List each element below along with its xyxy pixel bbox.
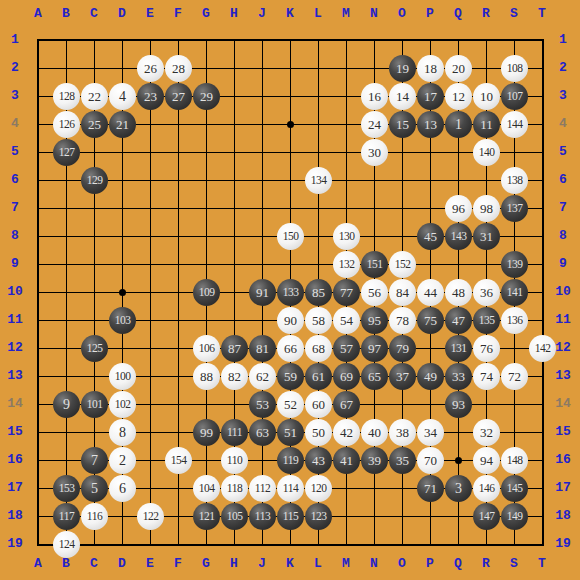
- col-label-bottom-E: E: [136, 551, 164, 577]
- white-stone-110[interactable]: 110: [221, 447, 248, 474]
- white-stone-84[interactable]: 84: [389, 279, 416, 306]
- white-stone-128[interactable]: 128: [53, 83, 80, 110]
- move-number: 91: [256, 286, 269, 299]
- black-stone-53[interactable]: 53: [249, 391, 276, 418]
- star-point-K4: [287, 121, 294, 128]
- white-stone-144[interactable]: 144: [501, 111, 528, 138]
- move-number: 113: [255, 511, 270, 523]
- row-label-left-11: 11: [2, 306, 28, 334]
- move-number: 115: [283, 511, 298, 523]
- black-stone-131[interactable]: 131: [445, 335, 472, 362]
- black-stone-85[interactable]: 85: [305, 279, 332, 306]
- move-number: 125: [87, 343, 103, 355]
- move-number: 59: [284, 370, 297, 383]
- move-number: 146: [479, 483, 495, 495]
- move-number: 123: [311, 511, 327, 523]
- move-number: 5: [91, 482, 98, 496]
- move-number: 87: [228, 342, 241, 355]
- black-stone-65[interactable]: 65: [361, 363, 388, 390]
- black-stone-129[interactable]: 129: [81, 167, 108, 194]
- black-stone-23[interactable]: 23: [137, 83, 164, 110]
- black-stone-151[interactable]: 151: [361, 251, 388, 278]
- row-label-left-1: 1: [2, 26, 28, 54]
- black-stone-113[interactable]: 113: [249, 503, 276, 530]
- black-stone-105[interactable]: 105: [221, 503, 248, 530]
- move-number: 23: [144, 90, 157, 103]
- move-number: 35: [396, 454, 409, 467]
- move-number: 126: [59, 119, 75, 131]
- move-number: 22: [88, 90, 101, 103]
- move-number: 51: [284, 426, 297, 439]
- black-stone-11[interactable]: 11: [473, 111, 500, 138]
- col-label-top-M: M: [332, 1, 360, 27]
- row-label-right-11: 11: [550, 306, 576, 334]
- white-stone-10[interactable]: 10: [473, 83, 500, 110]
- row-label-right-17: 17: [550, 474, 576, 502]
- black-stone-91[interactable]: 91: [249, 279, 276, 306]
- move-number: 26: [144, 62, 157, 75]
- black-stone-63[interactable]: 63: [249, 419, 276, 446]
- white-stone-40[interactable]: 40: [361, 419, 388, 446]
- move-number: 118: [227, 483, 242, 495]
- black-stone-69[interactable]: 69: [333, 363, 360, 390]
- black-stone-101[interactable]: 101: [81, 391, 108, 418]
- move-number: 19: [396, 62, 409, 75]
- move-number: 143: [451, 231, 467, 243]
- row-label-left-8: 8: [2, 222, 28, 250]
- row-label-right-4: 4: [550, 110, 576, 138]
- black-stone-9[interactable]: 9: [53, 391, 80, 418]
- move-number: 102: [115, 399, 131, 411]
- move-number: 18: [424, 62, 437, 75]
- col-label-bottom-H: H: [220, 551, 248, 577]
- black-stone-71[interactable]: 71: [417, 475, 444, 502]
- black-stone-95[interactable]: 95: [361, 307, 388, 334]
- move-number: 145: [507, 483, 523, 495]
- white-stone-122[interactable]: 122: [137, 503, 164, 530]
- black-stone-109[interactable]: 109: [193, 279, 220, 306]
- move-number: 77: [340, 286, 353, 299]
- white-stone-4[interactable]: 4: [109, 83, 136, 110]
- white-stone-36[interactable]: 36: [473, 279, 500, 306]
- black-stone-41[interactable]: 41: [333, 447, 360, 474]
- black-stone-135[interactable]: 135: [473, 307, 500, 334]
- black-stone-57[interactable]: 57: [333, 335, 360, 362]
- move-number: 94: [480, 454, 493, 467]
- move-number: 138: [507, 175, 523, 187]
- col-label-bottom-G: G: [192, 551, 220, 577]
- col-label-top-R: R: [472, 1, 500, 27]
- black-stone-103[interactable]: 103: [109, 307, 136, 334]
- white-stone-88[interactable]: 88: [193, 363, 220, 390]
- white-stone-136[interactable]: 136: [501, 307, 528, 334]
- move-number: 151: [367, 259, 383, 271]
- white-stone-124[interactable]: 124: [53, 531, 80, 558]
- move-number: 8: [119, 426, 126, 440]
- col-label-top-B: B: [52, 1, 80, 27]
- white-stone-90[interactable]: 90: [277, 307, 304, 334]
- black-stone-107[interactable]: 107: [501, 83, 528, 110]
- move-number: 81: [256, 342, 269, 355]
- move-number: 33: [452, 370, 465, 383]
- white-stone-82[interactable]: 82: [221, 363, 248, 390]
- move-number: 42: [340, 426, 353, 439]
- black-stone-143[interactable]: 143: [445, 223, 472, 250]
- move-number: 121: [199, 511, 215, 523]
- col-label-top-S: S: [500, 1, 528, 27]
- move-number: 56: [368, 286, 381, 299]
- move-number: 7: [91, 454, 98, 468]
- col-label-bottom-M: M: [332, 551, 360, 577]
- move-number: 109: [199, 287, 215, 299]
- white-stone-56[interactable]: 56: [361, 279, 388, 306]
- move-number: 54: [340, 314, 353, 327]
- white-stone-62[interactable]: 62: [249, 363, 276, 390]
- move-number: 60: [312, 398, 325, 411]
- col-label-top-D: D: [108, 1, 136, 27]
- white-stone-28[interactable]: 28: [165, 55, 192, 82]
- row-label-left-3: 3: [2, 82, 28, 110]
- black-stone-1[interactable]: 1: [445, 111, 472, 138]
- white-stone-146[interactable]: 146: [473, 475, 500, 502]
- move-number: 148: [507, 455, 523, 467]
- black-stone-93[interactable]: 93: [445, 391, 472, 418]
- col-label-top-L: L: [304, 1, 332, 27]
- black-stone-33[interactable]: 33: [445, 363, 472, 390]
- move-number: 134: [311, 175, 327, 187]
- move-number: 101: [87, 399, 103, 411]
- move-number: 20: [452, 62, 465, 75]
- move-number: 30: [368, 146, 381, 159]
- star-point-Q16: [455, 457, 462, 464]
- move-number: 3: [455, 482, 462, 496]
- move-number: 12: [452, 90, 465, 103]
- row-label-right-13: 13: [550, 362, 576, 390]
- white-stone-60[interactable]: 60: [305, 391, 332, 418]
- black-stone-111[interactable]: 111: [221, 419, 248, 446]
- black-stone-59[interactable]: 59: [277, 363, 304, 390]
- black-stone-45[interactable]: 45: [417, 223, 444, 250]
- move-number: 114: [283, 483, 298, 495]
- black-stone-97[interactable]: 97: [361, 335, 388, 362]
- black-stone-29[interactable]: 29: [193, 83, 220, 110]
- white-stone-32[interactable]: 32: [473, 419, 500, 446]
- move-number: 53: [256, 398, 269, 411]
- white-stone-34[interactable]: 34: [417, 419, 444, 446]
- black-stone-5[interactable]: 5: [81, 475, 108, 502]
- white-stone-52[interactable]: 52: [277, 391, 304, 418]
- white-stone-126[interactable]: 126: [53, 111, 80, 138]
- white-stone-108[interactable]: 108: [501, 55, 528, 82]
- move-number: 152: [395, 259, 411, 271]
- row-label-left-6: 6: [2, 166, 28, 194]
- col-label-bottom-P: P: [416, 551, 444, 577]
- move-number: 17: [424, 90, 437, 103]
- white-stone-2[interactable]: 2: [109, 447, 136, 474]
- move-number: 147: [479, 511, 495, 523]
- move-number: 39: [368, 454, 381, 467]
- move-number: 131: [451, 343, 467, 355]
- white-stone-138[interactable]: 138: [501, 167, 528, 194]
- black-stone-123[interactable]: 123: [305, 503, 332, 530]
- move-number: 50: [312, 426, 325, 439]
- col-label-top-N: N: [360, 1, 388, 27]
- move-number: 48: [452, 286, 465, 299]
- row-label-left-5: 5: [2, 138, 28, 166]
- move-number: 45: [424, 230, 437, 243]
- black-stone-39[interactable]: 39: [361, 447, 388, 474]
- go-board-diagram: ABCDEFGHJKLMNOPQRST ABCDEFGHJKLMNOPQRST …: [0, 0, 580, 580]
- move-number: 100: [115, 371, 131, 383]
- white-stone-22[interactable]: 22: [81, 83, 108, 110]
- black-stone-25[interactable]: 25: [81, 111, 108, 138]
- move-number: 69: [340, 370, 353, 383]
- white-stone-24[interactable]: 24: [361, 111, 388, 138]
- white-stone-106[interactable]: 106: [193, 335, 220, 362]
- black-stone-125[interactable]: 125: [81, 335, 108, 362]
- col-label-top-G: G: [192, 1, 220, 27]
- white-stone-72[interactable]: 72: [501, 363, 528, 390]
- move-number: 133: [283, 287, 299, 299]
- move-number: 10: [480, 90, 493, 103]
- white-stone-74[interactable]: 74: [473, 363, 500, 390]
- white-stone-130[interactable]: 130: [333, 223, 360, 250]
- move-number: 13: [424, 118, 437, 131]
- row-label-right-1: 1: [550, 26, 576, 54]
- black-stone-87[interactable]: 87: [221, 335, 248, 362]
- move-number: 14: [396, 90, 409, 103]
- move-number: 88: [200, 370, 213, 383]
- white-stone-66[interactable]: 66: [277, 335, 304, 362]
- white-stone-142[interactable]: 142: [529, 335, 556, 362]
- white-stone-134[interactable]: 134: [305, 167, 332, 194]
- move-number: 110: [227, 455, 242, 467]
- white-stone-150[interactable]: 150: [277, 223, 304, 250]
- move-number: 16: [368, 90, 381, 103]
- col-label-bottom-L: L: [304, 551, 332, 577]
- col-label-top-A: A: [24, 1, 52, 27]
- black-stone-75[interactable]: 75: [417, 307, 444, 334]
- row-label-left-7: 7: [2, 194, 28, 222]
- white-stone-18[interactable]: 18: [417, 55, 444, 82]
- white-stone-132[interactable]: 132: [333, 251, 360, 278]
- move-number: 9: [63, 398, 70, 412]
- white-stone-98[interactable]: 98: [473, 195, 500, 222]
- move-number: 24: [368, 118, 381, 131]
- white-stone-54[interactable]: 54: [333, 307, 360, 334]
- move-number: 78: [396, 314, 409, 327]
- black-stone-139[interactable]: 139: [501, 251, 528, 278]
- black-stone-35[interactable]: 35: [389, 447, 416, 474]
- white-stone-38[interactable]: 38: [389, 419, 416, 446]
- row-label-left-19: 19: [2, 530, 28, 558]
- move-number: 106: [199, 343, 215, 355]
- row-label-left-13: 13: [2, 362, 28, 390]
- black-stone-115[interactable]: 115: [277, 503, 304, 530]
- black-stone-141[interactable]: 141: [501, 279, 528, 306]
- white-stone-100[interactable]: 100: [109, 363, 136, 390]
- move-number: 104: [199, 483, 215, 495]
- black-stone-153[interactable]: 153: [53, 475, 80, 502]
- white-stone-152[interactable]: 152: [389, 251, 416, 278]
- col-label-top-F: F: [164, 1, 192, 27]
- move-number: 41: [340, 454, 353, 467]
- black-stone-13[interactable]: 13: [417, 111, 444, 138]
- white-stone-140[interactable]: 140: [473, 139, 500, 166]
- white-stone-16[interactable]: 16: [361, 83, 388, 110]
- move-number: 65: [368, 370, 381, 383]
- move-number: 32: [480, 426, 493, 439]
- row-label-right-9: 9: [550, 250, 576, 278]
- white-stone-12[interactable]: 12: [445, 83, 472, 110]
- row-label-right-19: 19: [550, 530, 576, 558]
- row-label-right-3: 3: [550, 82, 576, 110]
- row-label-left-12: 12: [2, 334, 28, 362]
- black-stone-77[interactable]: 77: [333, 279, 360, 306]
- move-number: 11: [480, 118, 493, 131]
- col-label-top-T: T: [528, 1, 556, 27]
- white-stone-76[interactable]: 76: [473, 335, 500, 362]
- white-stone-78[interactable]: 78: [389, 307, 416, 334]
- white-stone-30[interactable]: 30: [361, 139, 388, 166]
- white-stone-8[interactable]: 8: [109, 419, 136, 446]
- white-stone-154[interactable]: 154: [165, 447, 192, 474]
- row-label-left-17: 17: [2, 474, 28, 502]
- black-stone-17[interactable]: 17: [417, 83, 444, 110]
- move-number: 149: [507, 511, 523, 523]
- move-number: 93: [452, 398, 465, 411]
- move-number: 61: [312, 370, 325, 383]
- move-number: 70: [424, 454, 437, 467]
- row-label-left-2: 2: [2, 54, 28, 82]
- move-number: 82: [228, 370, 241, 383]
- move-number: 119: [283, 455, 298, 467]
- white-stone-6[interactable]: 6: [109, 475, 136, 502]
- white-stone-44[interactable]: 44: [417, 279, 444, 306]
- col-label-bottom-K: K: [276, 551, 304, 577]
- col-label-bottom-Q: Q: [444, 551, 472, 577]
- white-stone-26[interactable]: 26: [137, 55, 164, 82]
- move-number: 75: [424, 314, 437, 327]
- col-label-bottom-O: O: [388, 551, 416, 577]
- move-number: 63: [256, 426, 269, 439]
- black-stone-27[interactable]: 27: [165, 83, 192, 110]
- move-number: 108: [507, 63, 523, 75]
- white-stone-112[interactable]: 112: [249, 475, 276, 502]
- black-stone-127[interactable]: 127: [53, 139, 80, 166]
- black-stone-43[interactable]: 43: [305, 447, 332, 474]
- white-stone-70[interactable]: 70: [417, 447, 444, 474]
- white-stone-50[interactable]: 50: [305, 419, 332, 446]
- black-stone-99[interactable]: 99: [193, 419, 220, 446]
- move-number: 27: [172, 90, 185, 103]
- black-stone-145[interactable]: 145: [501, 475, 528, 502]
- row-label-left-14: 14: [2, 390, 28, 418]
- black-stone-51[interactable]: 51: [277, 419, 304, 446]
- white-stone-14[interactable]: 14: [389, 83, 416, 110]
- move-number: 132: [339, 259, 355, 271]
- move-number: 127: [59, 147, 75, 159]
- black-stone-79[interactable]: 79: [389, 335, 416, 362]
- move-number: 84: [396, 286, 409, 299]
- black-stone-149[interactable]: 149: [501, 503, 528, 530]
- move-number: 99: [200, 426, 213, 439]
- white-stone-118[interactable]: 118: [221, 475, 248, 502]
- black-stone-81[interactable]: 81: [249, 335, 276, 362]
- move-number: 76: [480, 342, 493, 355]
- row-label-left-9: 9: [2, 250, 28, 278]
- black-stone-3[interactable]: 3: [445, 475, 472, 502]
- black-stone-119[interactable]: 119: [277, 447, 304, 474]
- col-label-bottom-S: S: [500, 551, 528, 577]
- move-number: 2: [119, 454, 126, 468]
- row-label-left-15: 15: [2, 418, 28, 446]
- black-stone-7[interactable]: 7: [81, 447, 108, 474]
- move-number: 29: [200, 90, 213, 103]
- move-number: 66: [284, 342, 297, 355]
- black-stone-147[interactable]: 147: [473, 503, 500, 530]
- move-number: 68: [312, 342, 325, 355]
- black-stone-47[interactable]: 47: [445, 307, 472, 334]
- black-stone-121[interactable]: 121: [193, 503, 220, 530]
- move-number: 112: [255, 483, 270, 495]
- move-number: 116: [87, 511, 102, 523]
- white-stone-42[interactable]: 42: [333, 419, 360, 446]
- move-number: 52: [284, 398, 297, 411]
- col-label-top-J: J: [248, 1, 276, 27]
- move-number: 150: [283, 231, 299, 243]
- move-number: 31: [480, 230, 493, 243]
- col-label-bottom-J: J: [248, 551, 276, 577]
- move-number: 154: [171, 455, 187, 467]
- black-stone-15[interactable]: 15: [389, 111, 416, 138]
- move-number: 25: [88, 118, 101, 131]
- move-number: 111: [227, 427, 242, 439]
- move-number: 43: [312, 454, 325, 467]
- white-stone-116[interactable]: 116: [81, 503, 108, 530]
- white-stone-104[interactable]: 104: [193, 475, 220, 502]
- move-number: 120: [311, 483, 327, 495]
- row-label-right-14: 14: [550, 390, 576, 418]
- white-stone-48[interactable]: 48: [445, 279, 472, 306]
- move-number: 90: [284, 314, 297, 327]
- move-number: 103: [115, 315, 131, 327]
- black-stone-117[interactable]: 117: [53, 503, 80, 530]
- black-stone-21[interactable]: 21: [109, 111, 136, 138]
- white-stone-114[interactable]: 114: [277, 475, 304, 502]
- col-label-top-C: C: [80, 1, 108, 27]
- white-stone-102[interactable]: 102: [109, 391, 136, 418]
- black-stone-31[interactable]: 31: [473, 223, 500, 250]
- white-stone-94[interactable]: 94: [473, 447, 500, 474]
- white-stone-148[interactable]: 148: [501, 447, 528, 474]
- move-number: 136: [507, 315, 523, 327]
- move-number: 57: [340, 342, 353, 355]
- black-stone-49[interactable]: 49: [417, 363, 444, 390]
- black-stone-37[interactable]: 37: [389, 363, 416, 390]
- white-stone-20[interactable]: 20: [445, 55, 472, 82]
- move-number: 97: [368, 342, 381, 355]
- black-stone-19[interactable]: 19: [389, 55, 416, 82]
- black-stone-137[interactable]: 137: [501, 195, 528, 222]
- white-stone-68[interactable]: 68: [305, 335, 332, 362]
- white-stone-120[interactable]: 120: [305, 475, 332, 502]
- white-stone-96[interactable]: 96: [445, 195, 472, 222]
- white-stone-58[interactable]: 58: [305, 307, 332, 334]
- black-stone-67[interactable]: 67: [333, 391, 360, 418]
- black-stone-133[interactable]: 133: [277, 279, 304, 306]
- black-stone-61[interactable]: 61: [305, 363, 332, 390]
